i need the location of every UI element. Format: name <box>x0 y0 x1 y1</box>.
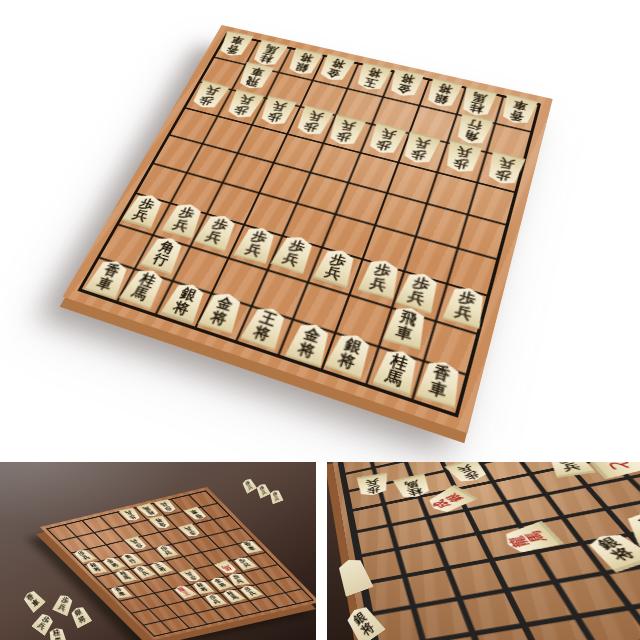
loose-shogi-piece: 香車 <box>21 588 46 613</box>
shogi-piece: 歩兵 <box>177 523 203 538</box>
shogi-piece: 歩兵 <box>223 89 265 121</box>
shogi-piece: 歩兵 <box>231 556 257 571</box>
loose-shogi-piece: 歩兵 <box>52 592 75 616</box>
loose-shogi-piece: 歩兵 <box>268 488 284 504</box>
shogi-piece: 歩兵 <box>395 268 443 314</box>
shogi-piece: 金将 <box>198 289 247 334</box>
shogi-piece: 馬 <box>213 560 239 575</box>
shogi-piece: 桂馬 <box>371 345 421 396</box>
shogi-piece: 桂馬 <box>393 473 435 501</box>
shogi-piece: 歩兵 <box>233 224 280 265</box>
shogi-piece: 歩兵 <box>326 114 367 148</box>
shogi-piece: 香車 <box>415 356 464 408</box>
shogi-piece: 歩兵 <box>292 105 334 139</box>
shogi-piece: 歩兵 <box>444 462 493 485</box>
shogi-piece: 歩兵 <box>178 568 204 583</box>
main-board-pieces: 香車桂馬銀将金将玉将金将銀将桂馬香車飛車角行歩兵歩兵歩兵歩兵歩兵歩兵歩兵歩兵歩兵… <box>77 33 541 418</box>
shogi-piece: 歩兵 <box>442 283 489 329</box>
shogi-piece: 歩兵 <box>357 256 403 300</box>
main-render-panel: 香車桂馬銀将金将玉将金将銀将桂馬香車飛車角行歩兵歩兵歩兵歩兵歩兵歩兵歩兵歩兵歩兵… <box>0 0 640 462</box>
shogi-render-collage: 香車桂馬銀将金将玉将金将銀将桂馬香車飛車角行歩兵歩兵歩兵歩兵歩兵歩兵歩兵歩兵歩兵… <box>0 0 640 640</box>
shogi-piece: 歩兵 <box>154 544 179 558</box>
loose-shogi-piece: 桂馬 <box>47 626 68 640</box>
shogi-piece: 龍王 <box>172 584 198 599</box>
shogi-piece: 王将 <box>240 304 291 352</box>
photo-right-panel: 歩兵桂馬歩兵成銀歩兵と龍馬銀将金将 銀将 <box>327 462 640 640</box>
shogi-piece: 歩兵 <box>202 593 227 607</box>
shogi-piece: 歩兵 <box>312 246 359 289</box>
loose-shogi-piece: 歩兵 <box>241 477 258 494</box>
shogi-piece: 成銀 <box>423 484 479 516</box>
shogi-piece: 香車 <box>183 507 209 522</box>
shogi-piece: 歩兵 <box>544 462 596 478</box>
loose-shogi-piece: 銀将 <box>69 604 93 629</box>
photo-left-panel: 歩兵桂馬歩兵香車金将歩兵歩兵銀将金将桂馬歩兵香車歩兵角行歩兵王将歩兵龍王馬銀将金… <box>0 462 316 640</box>
shogi-piece: 歩兵 <box>193 211 240 252</box>
shogi-piece: 歩兵 <box>160 201 206 240</box>
shogi-piece: 歩兵 <box>483 151 526 188</box>
shogi-piece: 銀将 <box>324 329 375 379</box>
shogi-piece: 歩兵 <box>442 140 483 176</box>
shogi-piece: 歩兵 <box>356 472 390 497</box>
shogi-piece: と <box>588 462 640 480</box>
loose-shogi-piece: 歩兵 <box>255 482 271 499</box>
shogi-piece: 歩兵 <box>153 499 179 513</box>
shogi-piece: 歩兵 <box>400 131 442 167</box>
shogi-piece: 歩兵 <box>365 122 408 157</box>
shogi-piece: 銀将 <box>580 530 640 573</box>
shogi-piece: 歩兵 <box>256 95 297 127</box>
shogi-piece: 龍馬 <box>498 521 564 558</box>
shogi-piece: 歩兵 <box>118 508 143 522</box>
shogi-piece: 角行 <box>139 234 187 276</box>
shogi-piece: 飛車 <box>235 62 275 92</box>
shogi-piece: 歩兵 <box>270 232 318 275</box>
main-shogi-board: 香車桂馬銀将金将玉将金将銀将桂馬香車飛車角行歩兵歩兵歩兵歩兵歩兵歩兵歩兵歩兵歩兵… <box>63 25 553 433</box>
shogi-piece: 歩兵 <box>124 536 150 551</box>
shogi-piece: 金将 <box>148 515 173 529</box>
shogi-piece: 金将 <box>284 319 334 367</box>
right-shogi-board: 歩兵桂馬歩兵成銀歩兵と龍馬銀将金将 <box>332 462 640 640</box>
right-board-pieces: 歩兵桂馬歩兵成銀歩兵と龍馬銀将金将 <box>337 462 640 640</box>
shogi-piece: 桂馬 <box>113 569 138 583</box>
